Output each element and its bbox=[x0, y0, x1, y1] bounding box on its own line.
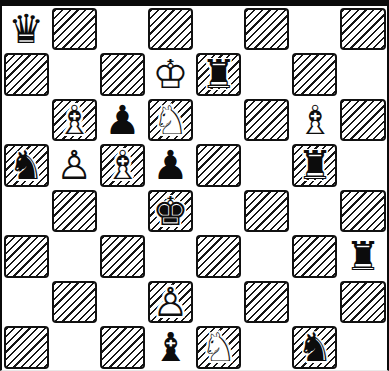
square-d5[interactable]: ♟ bbox=[146, 143, 194, 189]
square-d1[interactable]: ♝ bbox=[146, 325, 194, 371]
white-pawn-piece: ♟♙ bbox=[50, 143, 98, 189]
black-pawn-glyph: ♟ bbox=[146, 143, 194, 189]
black-queen-piece: ♛ bbox=[2, 6, 50, 52]
black-knight-glyph: ♞ bbox=[291, 325, 339, 371]
white-knight-piece: ♞♘ bbox=[146, 97, 194, 143]
black-pawn-piece: ♟ bbox=[146, 143, 194, 189]
black-bishop-piece: ♝ bbox=[146, 325, 194, 371]
black-rook-glyph: ♜ bbox=[339, 234, 387, 280]
square-d4[interactable]: ♚ bbox=[146, 188, 194, 234]
square-a8[interactable]: ♛ bbox=[2, 6, 50, 52]
white-pawn-piece: ♟♙ bbox=[146, 279, 194, 325]
black-king-glyph: ♚ bbox=[146, 188, 194, 234]
square-c6[interactable]: ♟ bbox=[98, 97, 146, 143]
white-knight-glyph: ♘ bbox=[195, 325, 243, 371]
black-rook-piece: ♜ bbox=[195, 52, 243, 98]
chess-diagram-page: ♛♚♔♜♝♗♟♞♘♝♗♞♟♙♝♗♟♜♚♜♟♙♝♞♘♞ bbox=[0, 0, 389, 371]
white-pawn-glyph: ♙ bbox=[146, 279, 194, 325]
black-rook-piece: ♜ bbox=[291, 143, 339, 189]
black-pawn-piece: ♟ bbox=[98, 97, 146, 143]
square-a5[interactable]: ♞ bbox=[2, 143, 50, 189]
white-pawn-glyph: ♙ bbox=[50, 143, 98, 189]
square-e7[interactable]: ♜ bbox=[195, 52, 243, 98]
black-rook-piece: ♜ bbox=[339, 234, 387, 280]
black-queen-glyph: ♛ bbox=[2, 6, 50, 52]
black-knight-glyph: ♞ bbox=[2, 143, 50, 189]
white-bishop-glyph: ♗ bbox=[291, 97, 339, 143]
black-rook-glyph: ♜ bbox=[291, 143, 339, 189]
black-knight-piece: ♞ bbox=[2, 143, 50, 189]
black-rook-glyph: ♜ bbox=[195, 52, 243, 98]
square-c5[interactable]: ♝♗ bbox=[98, 143, 146, 189]
white-bishop-glyph: ♗ bbox=[50, 97, 98, 143]
white-bishop-piece: ♝♗ bbox=[291, 97, 339, 143]
white-bishop-glyph: ♗ bbox=[98, 143, 146, 189]
square-g6[interactable]: ♝♗ bbox=[291, 97, 339, 143]
black-pawn-glyph: ♟ bbox=[98, 97, 146, 143]
square-b5[interactable]: ♟♙ bbox=[50, 143, 98, 189]
white-bishop-piece: ♝♗ bbox=[50, 97, 98, 143]
white-knight-piece: ♞♘ bbox=[195, 325, 243, 371]
square-g5[interactable]: ♜ bbox=[291, 143, 339, 189]
square-d2[interactable]: ♟♙ bbox=[146, 279, 194, 325]
black-knight-piece: ♞ bbox=[291, 325, 339, 371]
square-d6[interactable]: ♞♘ bbox=[146, 97, 194, 143]
black-bishop-glyph: ♝ bbox=[146, 325, 194, 371]
white-knight-glyph: ♘ bbox=[146, 97, 194, 143]
square-d7[interactable]: ♚♔ bbox=[146, 52, 194, 98]
square-g1[interactable]: ♞ bbox=[291, 325, 339, 371]
white-bishop-piece: ♝♗ bbox=[98, 143, 146, 189]
square-b6[interactable]: ♝♗ bbox=[50, 97, 98, 143]
white-king-glyph: ♔ bbox=[146, 52, 194, 98]
square-h3[interactable]: ♜ bbox=[339, 234, 387, 280]
white-king-piece: ♚♔ bbox=[146, 52, 194, 98]
square-e1[interactable]: ♞♘ bbox=[195, 325, 243, 371]
black-king-piece: ♚ bbox=[146, 188, 194, 234]
